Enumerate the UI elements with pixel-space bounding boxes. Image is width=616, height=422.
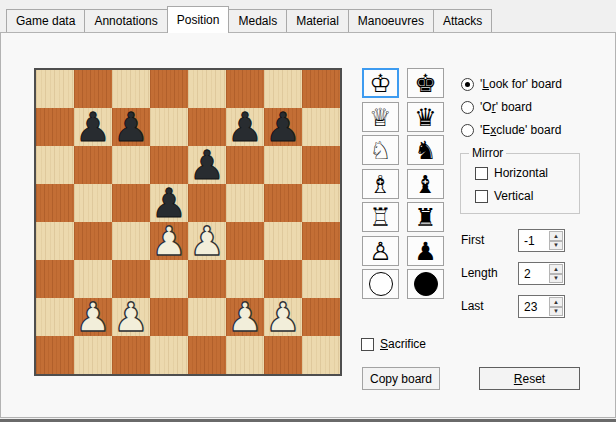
square-d1[interactable] (150, 336, 188, 374)
square-h4[interactable] (302, 222, 340, 260)
select-black-queen-button[interactable]: ♛ (407, 102, 444, 132)
square-e4[interactable]: ♟ (188, 222, 226, 260)
square-e6[interactable]: ♟ (188, 146, 226, 184)
white-pawn-icon: ♟ (151, 222, 187, 260)
white-pawn-icon: ♟ (265, 298, 301, 336)
square-h7[interactable] (302, 108, 340, 146)
select-black-king-button[interactable]: ♚ (407, 68, 444, 98)
square-h6[interactable] (302, 146, 340, 184)
look-for-board-radio[interactable] (461, 78, 474, 91)
white-pawn-icon: ♟ (75, 298, 111, 336)
square-d3[interactable] (150, 260, 188, 298)
look-for-board-label: 'Look for' board (480, 77, 562, 91)
square-b8[interactable] (74, 70, 112, 108)
square-f6[interactable] (226, 146, 264, 184)
mirror-vertical-label: Vertical (494, 189, 533, 203)
square-d5[interactable]: ♟ (150, 184, 188, 222)
copy-board-button[interactable]: Copy board (362, 367, 440, 390)
length-spinner[interactable]: 2▲▼ (518, 262, 565, 285)
black-pawn-icon: ♟ (265, 108, 301, 146)
square-h5[interactable] (302, 184, 340, 222)
square-h1[interactable] (302, 336, 340, 374)
tab-position[interactable]: Position (167, 6, 230, 33)
square-f3[interactable] (226, 260, 264, 298)
square-c5[interactable] (112, 184, 150, 222)
square-g2[interactable]: ♟ (264, 298, 302, 336)
white-pawn-icon: ♟ (189, 222, 225, 260)
black-king-icon: ♚ (414, 70, 436, 96)
white-king-icon: ♔ (369, 70, 391, 96)
first-spin-up-icon[interactable]: ▲ (549, 231, 563, 241)
square-g5[interactable] (264, 184, 302, 222)
length-spin-down-icon[interactable]: ▼ (549, 274, 563, 284)
length-label: Length (461, 266, 498, 280)
square-g3[interactable] (264, 260, 302, 298)
reset-button[interactable]: Reset (479, 367, 580, 390)
tab-attacks[interactable]: Attacks (433, 9, 492, 32)
look-for-board-radio-row: 'Look for' board (461, 77, 562, 91)
square-b2[interactable]: ♟ (74, 298, 112, 336)
first-spinner[interactable]: -1▲▼ (518, 229, 565, 252)
sacrifice-label: Sacrifice (380, 337, 426, 351)
select-white-queen-button[interactable]: ♕ (362, 102, 399, 132)
square-b5[interactable] (74, 184, 112, 222)
square-g1[interactable] (264, 336, 302, 374)
black-pawn-icon: ♟ (151, 184, 187, 222)
mirror-vertical-row: Vertical (475, 189, 579, 203)
length-spin-up-icon[interactable]: ▲ (549, 264, 563, 274)
square-c8[interactable] (112, 70, 150, 108)
square-a2[interactable] (36, 298, 74, 336)
square-c7[interactable]: ♟ (112, 108, 150, 146)
white-pawn-icon: ♟ (113, 298, 149, 336)
square-g7[interactable]: ♟ (264, 108, 302, 146)
select-black-bishop-button[interactable]: ♝ (407, 169, 444, 199)
mirror-horizontal-row: Horizontal (475, 166, 579, 180)
square-b3[interactable] (74, 260, 112, 298)
length-value[interactable]: 2 (519, 263, 549, 284)
select-white-any-button[interactable] (362, 269, 399, 299)
square-c2[interactable]: ♟ (112, 298, 150, 336)
square-d4[interactable]: ♟ (150, 222, 188, 260)
or-board-radio-row: 'Or' board (461, 100, 532, 114)
square-f7[interactable]: ♟ (226, 108, 264, 146)
tab-game-data[interactable]: Game data (6, 9, 85, 32)
square-a3[interactable] (36, 260, 74, 298)
mirror-vertical-checkbox[interactable] (475, 190, 488, 203)
mirror-group-title: Mirror (469, 146, 506, 160)
white-queen-icon: ♕ (369, 104, 391, 130)
square-h3[interactable] (302, 260, 340, 298)
square-g6[interactable] (264, 146, 302, 184)
square-e3[interactable] (188, 260, 226, 298)
square-b1[interactable] (74, 336, 112, 374)
select-white-knight-button[interactable]: ♘ (362, 135, 399, 165)
square-f1[interactable] (226, 336, 264, 374)
last-spin-up-icon[interactable]: ▲ (549, 297, 563, 307)
tab-annotations[interactable]: Annotations (84, 9, 167, 32)
square-a5[interactable] (36, 184, 74, 222)
square-e1[interactable] (188, 336, 226, 374)
last-value[interactable]: 23 (519, 296, 549, 317)
square-f4[interactable] (226, 222, 264, 260)
square-d8[interactable] (150, 70, 188, 108)
select-white-pawn-button[interactable]: ♙ (362, 236, 399, 266)
sacrifice-checkbox-row: Sacrifice (361, 337, 426, 351)
square-h8[interactable] (302, 70, 340, 108)
mirror-group: Mirror HorizontalVertical (460, 146, 580, 214)
select-black-knight-button[interactable]: ♞ (407, 135, 444, 165)
black-pawn-icon: ♟ (75, 108, 111, 146)
square-a4[interactable] (36, 222, 74, 260)
square-b6[interactable] (74, 146, 112, 184)
square-e5[interactable] (188, 184, 226, 222)
black-pawn-icon: ♟ (113, 108, 149, 146)
square-e7[interactable] (188, 108, 226, 146)
black-pawn-icon: ♟ (227, 108, 263, 146)
select-black-rook-button[interactable]: ♜ (407, 202, 444, 232)
select-black-pawn-button[interactable]: ♟ (407, 236, 444, 266)
black-bishop-icon: ♝ (414, 171, 436, 197)
or-board-label: 'Or' board (480, 100, 532, 114)
square-a8[interactable] (36, 70, 74, 108)
tab-manoeuvres[interactable]: Manoeuvres (348, 9, 434, 32)
square-e2[interactable] (188, 298, 226, 336)
select-black-any-button[interactable] (407, 269, 444, 299)
last-spinner[interactable]: 23▲▼ (518, 295, 565, 318)
first-row: First-1▲▼ (461, 229, 565, 252)
exclude-board-radio[interactable] (461, 124, 474, 137)
square-f8[interactable] (226, 70, 264, 108)
square-c3[interactable] (112, 260, 150, 298)
square-d6[interactable] (150, 146, 188, 184)
white-pawn-icon: ♙ (369, 238, 391, 264)
mirror-horizontal-label: Horizontal (494, 166, 548, 180)
black-any-piece-icon (414, 272, 438, 296)
square-e8[interactable] (188, 70, 226, 108)
white-bishop-icon: ♗ (369, 171, 391, 197)
square-c1[interactable] (112, 336, 150, 374)
square-c6[interactable] (112, 146, 150, 184)
square-g4[interactable] (264, 222, 302, 260)
tab-bar: Game dataAnnotationsPositionMedalsMateri… (6, 6, 492, 32)
black-knight-icon: ♞ (414, 137, 436, 163)
exclude-board-radio-row: 'Exclude' board (461, 123, 561, 137)
select-white-rook-button[interactable]: ♖ (362, 202, 399, 232)
square-b7[interactable]: ♟ (74, 108, 112, 146)
mirror-horizontal-checkbox[interactable] (475, 167, 488, 180)
select-white-bishop-button[interactable]: ♗ (362, 169, 399, 199)
black-rook-icon: ♜ (414, 204, 436, 230)
square-d7[interactable] (150, 108, 188, 146)
square-a7[interactable] (36, 108, 74, 146)
sacrifice-checkbox[interactable] (361, 338, 374, 351)
black-queen-icon: ♛ (414, 104, 436, 130)
square-a6[interactable] (36, 146, 74, 184)
square-g8[interactable] (264, 70, 302, 108)
square-d2[interactable] (150, 298, 188, 336)
tab-medals[interactable]: Medals (228, 9, 287, 32)
or-board-radio[interactable] (461, 101, 474, 114)
square-b4[interactable] (74, 222, 112, 260)
square-h2[interactable] (302, 298, 340, 336)
white-knight-icon: ♘ (369, 137, 391, 163)
last-label: Last (461, 299, 484, 313)
white-rook-icon: ♖ (369, 204, 391, 230)
last-spin-down-icon[interactable]: ▼ (549, 307, 563, 317)
square-c4[interactable] (112, 222, 150, 260)
last-row: Last23▲▼ (461, 295, 565, 318)
white-any-piece-icon (369, 272, 393, 296)
black-pawn-icon: ♟ (189, 146, 225, 184)
length-row: Length2▲▼ (461, 262, 565, 285)
square-f5[interactable] (226, 184, 264, 222)
square-a1[interactable] (36, 336, 74, 374)
first-label: First (461, 233, 484, 247)
tab-material[interactable]: Material (286, 9, 349, 32)
black-pawn-icon: ♟ (414, 238, 436, 264)
first-spin-down-icon[interactable]: ▼ (549, 241, 563, 251)
white-pawn-icon: ♟ (227, 298, 263, 336)
first-value[interactable]: -1 (519, 230, 549, 251)
exclude-board-label: 'Exclude' board (480, 123, 561, 137)
chess-board: ♟♟♟♟♟♟♟♟♟♟♟♟ (34, 68, 342, 376)
select-white-king-button[interactable]: ♔ (362, 68, 399, 98)
square-f2[interactable]: ♟ (226, 298, 264, 336)
